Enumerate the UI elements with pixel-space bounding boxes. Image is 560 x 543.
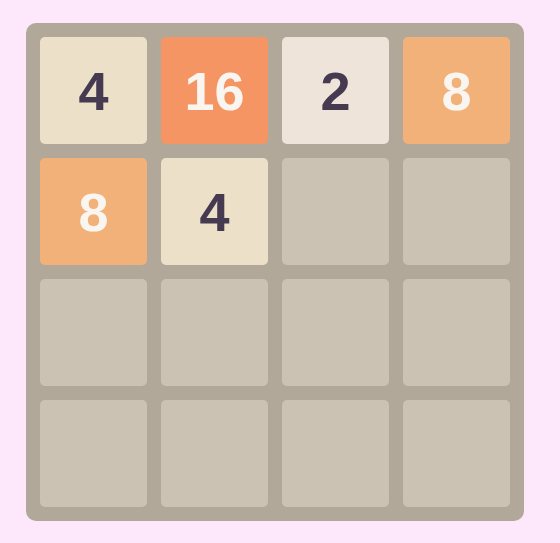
tile-4: 4 [40, 37, 147, 144]
empty-cell [40, 279, 147, 386]
empty-cell [282, 400, 389, 507]
tile-2: 2 [282, 37, 389, 144]
empty-cell [403, 279, 510, 386]
empty-cell [40, 400, 147, 507]
empty-cell [161, 400, 268, 507]
tile-8: 8 [40, 158, 147, 265]
empty-cell [161, 279, 268, 386]
tile-8: 8 [403, 37, 510, 144]
board-2048[interactable]: 4162884 [26, 23, 524, 521]
empty-cell [282, 279, 389, 386]
tile-4: 4 [161, 158, 268, 265]
page-background: 4162884 [0, 0, 560, 543]
empty-cell [403, 400, 510, 507]
empty-cell [403, 158, 510, 265]
empty-cell [282, 158, 389, 265]
tile-16: 16 [161, 37, 268, 144]
